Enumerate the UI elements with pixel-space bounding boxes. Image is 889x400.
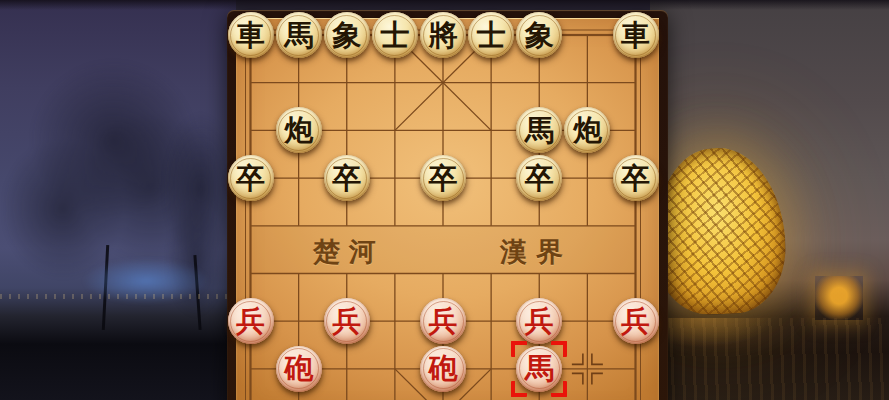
piece-black-soldier[interactable]: 卒 (613, 155, 659, 201)
piece-glyph: 士 (380, 21, 409, 50)
piece-black-elephant[interactable]: 象 (324, 12, 370, 58)
piece-glyph: 兵 (429, 307, 458, 336)
piece-glyph: 兵 (332, 307, 361, 336)
piece-glyph: 砲 (284, 354, 313, 383)
wet-ground-reflection (650, 318, 889, 400)
piece-glyph: 馬 (525, 116, 554, 145)
piece-glyph: 兵 (621, 307, 650, 336)
piece-glyph: 象 (332, 21, 361, 50)
piece-black-soldier[interactable]: 卒 (516, 155, 562, 201)
xiangqi-game-screen: 楚河 漢界 車馬象士將士象車炮馬炮卒卒卒卒卒兵兵兵兵兵砲砲馬 (0, 0, 889, 400)
piece-glyph: 兵 (525, 307, 554, 336)
piece-glyph: 將 (429, 21, 458, 50)
piece-red-soldier[interactable]: 兵 (516, 298, 562, 344)
piece-glyph: 馬 (284, 21, 313, 50)
piece-glyph: 炮 (284, 116, 313, 145)
piece-black-horse[interactable]: 馬 (516, 107, 562, 153)
piece-red-horse[interactable]: 馬 (516, 346, 562, 392)
piece-glyph: 馬 (525, 354, 554, 383)
piece-red-soldier[interactable]: 兵 (324, 298, 370, 344)
piece-glyph: 卒 (332, 164, 361, 193)
piece-black-advisor[interactable]: 士 (468, 12, 514, 58)
photo-vignette (0, 0, 889, 10)
piece-black-horse[interactable]: 馬 (276, 12, 322, 58)
piece-red-soldier[interactable]: 兵 (228, 298, 274, 344)
piece-glyph: 車 (621, 21, 650, 50)
board-surface[interactable]: 楚河 漢界 車馬象士將士象車炮馬炮卒卒卒卒卒兵兵兵兵兵砲砲馬 (236, 18, 659, 400)
piece-glyph: 車 (236, 21, 265, 50)
pieces-layer: 車馬象士將士象車炮馬炮卒卒卒卒卒兵兵兵兵兵砲砲馬 (236, 18, 659, 400)
piece-glyph: 卒 (621, 164, 650, 193)
background-stadium-scene (650, 0, 889, 400)
piece-black-cannon[interactable]: 炮 (276, 107, 322, 153)
background-night-park (0, 0, 236, 400)
piece-glyph: 砲 (429, 354, 458, 383)
xiangqi-board[interactable]: 楚河 漢界 車馬象士將士象車炮馬炮卒卒卒卒卒兵兵兵兵兵砲砲馬 (227, 10, 668, 400)
piece-black-elephant[interactable]: 象 (516, 12, 562, 58)
piece-glyph: 象 (525, 21, 554, 50)
piece-red-cannon[interactable]: 砲 (276, 346, 322, 392)
birds-nest-stadium (652, 146, 788, 316)
piece-black-soldier[interactable]: 卒 (324, 155, 370, 201)
distant-fence-lights (0, 294, 232, 299)
piece-glyph: 卒 (429, 164, 458, 193)
illuminated-tree (815, 276, 863, 320)
piece-black-advisor[interactable]: 士 (372, 12, 418, 58)
piece-black-rook[interactable]: 車 (613, 12, 659, 58)
piece-black-rook[interactable]: 車 (228, 12, 274, 58)
piece-glyph: 兵 (236, 307, 265, 336)
piece-black-soldier[interactable]: 卒 (420, 155, 466, 201)
piece-glyph: 卒 (525, 164, 554, 193)
piece-black-king[interactable]: 將 (420, 12, 466, 58)
piece-red-soldier[interactable]: 兵 (420, 298, 466, 344)
piece-glyph: 士 (477, 21, 506, 50)
piece-black-cannon[interactable]: 炮 (564, 107, 610, 153)
piece-red-soldier[interactable]: 兵 (613, 298, 659, 344)
piece-black-soldier[interactable]: 卒 (228, 155, 274, 201)
piece-glyph: 炮 (573, 116, 602, 145)
piece-glyph: 卒 (236, 164, 265, 193)
piece-red-cannon[interactable]: 砲 (420, 346, 466, 392)
